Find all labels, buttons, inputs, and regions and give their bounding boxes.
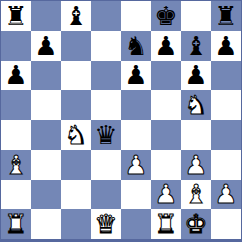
- square-c4[interactable]: ♞: [61, 120, 91, 150]
- square-b4[interactable]: [31, 120, 61, 150]
- square-d2[interactable]: [91, 180, 121, 210]
- piece-black-pawn[interactable]: ♟: [34, 33, 57, 59]
- square-g3[interactable]: ♟: [181, 150, 211, 180]
- square-d5[interactable]: [91, 90, 121, 120]
- square-d7[interactable]: [91, 31, 121, 61]
- square-h5[interactable]: [211, 90, 241, 120]
- square-f3[interactable]: [151, 150, 181, 180]
- square-g4[interactable]: [181, 120, 211, 150]
- square-g6[interactable]: ♟: [181, 61, 211, 91]
- square-a3[interactable]: ♝: [1, 150, 31, 180]
- square-d4[interactable]: ♛: [91, 120, 121, 150]
- piece-black-pawn[interactable]: ♟: [124, 62, 147, 88]
- square-c7[interactable]: [61, 31, 91, 61]
- square-d3[interactable]: [91, 150, 121, 180]
- piece-white-pawn[interactable]: ♟: [214, 181, 237, 207]
- square-e1[interactable]: [121, 209, 151, 239]
- square-a1[interactable]: ♜: [1, 209, 31, 239]
- square-g7[interactable]: ♝: [181, 31, 211, 61]
- square-c5[interactable]: [61, 90, 91, 120]
- square-e3[interactable]: ♟: [121, 150, 151, 180]
- square-a8[interactable]: ♜: [1, 1, 31, 31]
- chess-board: ♜♝♚♜♟♞♟♝♟♟♟♟♞♞♛♝♟♟♟♝♟♜♛♜♚: [0, 0, 242, 242]
- square-h1[interactable]: [211, 209, 241, 239]
- square-h7[interactable]: ♟: [211, 31, 241, 61]
- piece-black-pawn[interactable]: ♟: [154, 33, 177, 59]
- piece-black-queen[interactable]: ♛: [94, 122, 117, 148]
- square-a2[interactable]: [1, 180, 31, 210]
- square-e5[interactable]: [121, 90, 151, 120]
- square-c6[interactable]: [61, 61, 91, 91]
- piece-black-pawn[interactable]: ♟: [4, 62, 27, 88]
- square-a7[interactable]: [1, 31, 31, 61]
- square-g5[interactable]: ♞: [181, 90, 211, 120]
- square-f8[interactable]: ♚: [151, 1, 181, 31]
- square-b1[interactable]: [31, 209, 61, 239]
- square-b2[interactable]: [31, 180, 61, 210]
- square-d6[interactable]: [91, 61, 121, 91]
- square-g2[interactable]: ♝: [181, 180, 211, 210]
- square-h4[interactable]: [211, 120, 241, 150]
- square-b8[interactable]: [31, 1, 61, 31]
- piece-black-knight[interactable]: ♞: [124, 33, 147, 59]
- piece-white-knight[interactable]: ♞: [64, 122, 87, 148]
- piece-black-pawn[interactable]: ♟: [184, 62, 207, 88]
- square-h3[interactable]: [211, 150, 241, 180]
- square-c1[interactable]: [61, 209, 91, 239]
- square-e8[interactable]: [121, 1, 151, 31]
- square-c8[interactable]: ♝: [61, 1, 91, 31]
- piece-white-rook[interactable]: ♜: [4, 211, 27, 237]
- square-a5[interactable]: [1, 90, 31, 120]
- square-h2[interactable]: ♟: [211, 180, 241, 210]
- square-f2[interactable]: ♟: [151, 180, 181, 210]
- piece-white-queen[interactable]: ♛: [94, 211, 117, 237]
- piece-white-king[interactable]: ♚: [184, 211, 207, 237]
- piece-white-pawn[interactable]: ♟: [124, 152, 147, 178]
- piece-black-bishop[interactable]: ♝: [184, 33, 207, 59]
- piece-black-rook[interactable]: ♜: [214, 3, 237, 29]
- square-d8[interactable]: [91, 1, 121, 31]
- square-b5[interactable]: [31, 90, 61, 120]
- piece-black-rook[interactable]: ♜: [4, 3, 27, 29]
- piece-white-bishop[interactable]: ♝: [4, 152, 27, 178]
- square-b7[interactable]: ♟: [31, 31, 61, 61]
- piece-white-knight[interactable]: ♞: [184, 92, 207, 118]
- square-f7[interactable]: ♟: [151, 31, 181, 61]
- square-c2[interactable]: [61, 180, 91, 210]
- piece-black-pawn[interactable]: ♟: [214, 33, 237, 59]
- square-f1[interactable]: ♜: [151, 209, 181, 239]
- square-h8[interactable]: ♜: [211, 1, 241, 31]
- piece-white-pawn[interactable]: ♟: [184, 152, 207, 178]
- square-f4[interactable]: [151, 120, 181, 150]
- square-g8[interactable]: [181, 1, 211, 31]
- square-b6[interactable]: [31, 61, 61, 91]
- square-d1[interactable]: ♛: [91, 209, 121, 239]
- square-e4[interactable]: [121, 120, 151, 150]
- piece-white-bishop[interactable]: ♝: [184, 181, 207, 207]
- square-f5[interactable]: [151, 90, 181, 120]
- square-g1[interactable]: ♚: [181, 209, 211, 239]
- square-h6[interactable]: [211, 61, 241, 91]
- square-b3[interactable]: [31, 150, 61, 180]
- piece-black-bishop[interactable]: ♝: [64, 3, 87, 29]
- piece-black-king[interactable]: ♚: [154, 3, 177, 29]
- square-c3[interactable]: [61, 150, 91, 180]
- square-a4[interactable]: [1, 120, 31, 150]
- piece-white-rook[interactable]: ♜: [154, 211, 177, 237]
- square-e7[interactable]: ♞: [121, 31, 151, 61]
- square-e2[interactable]: [121, 180, 151, 210]
- square-f6[interactable]: [151, 61, 181, 91]
- piece-white-pawn[interactable]: ♟: [154, 181, 177, 207]
- square-a6[interactable]: ♟: [1, 61, 31, 91]
- square-e6[interactable]: ♟: [121, 61, 151, 91]
